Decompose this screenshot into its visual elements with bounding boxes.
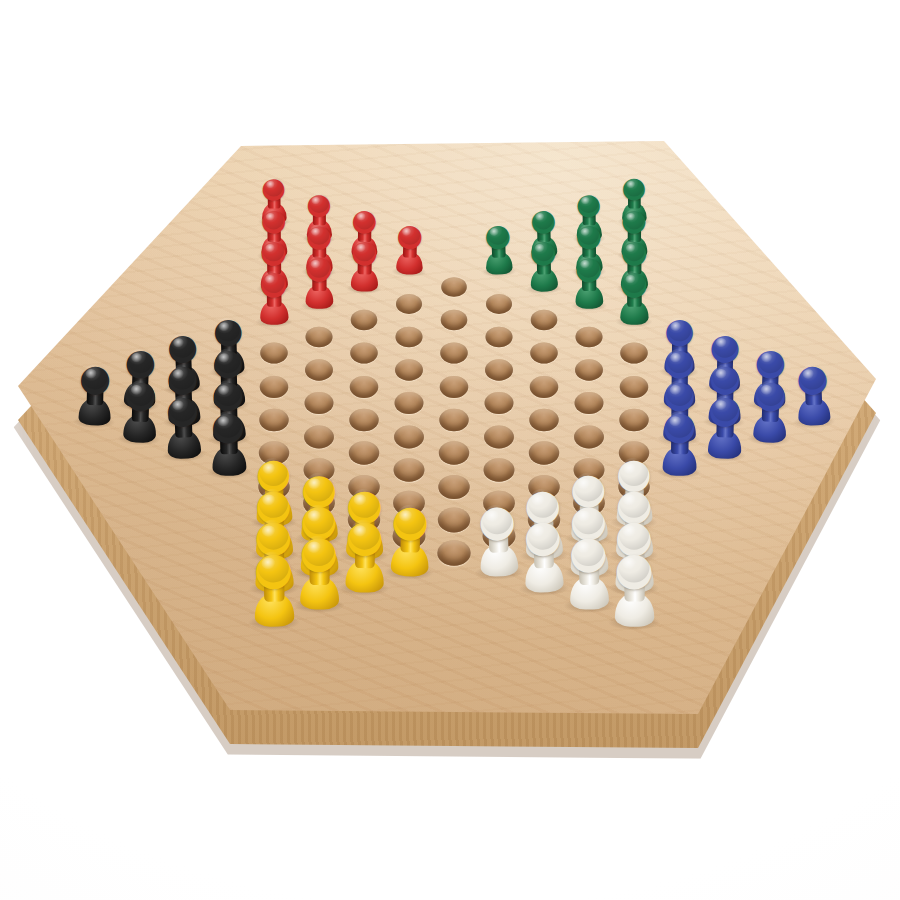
peg-red[interactable]: ●: [258, 272, 290, 326]
peg-green[interactable]: ●: [528, 240, 559, 292]
chinese-checkers-board: ●●●●●●●●●●●●●●●●●●●●●●●●●●●●●●●●●●●●●●●●…: [0, 0, 900, 900]
peg-head: ●: [305, 192, 333, 215]
peg-highlight: [262, 494, 276, 505]
board-hole[interactable]: [486, 294, 512, 314]
board-hole[interactable]: [304, 392, 333, 414]
peg-white[interactable]: ●: [476, 505, 520, 577]
board-hole[interactable]: [439, 442, 469, 465]
peg-highlight: [670, 385, 682, 395]
peg-highlight: [85, 369, 97, 379]
product-photo-scene: ●●●●●●●●●●●●●●●●●●●●●●●●●●●●●●●●●●●●●●●●…: [0, 0, 900, 900]
peg-white[interactable]: ●: [613, 552, 656, 626]
board-hole[interactable]: [439, 409, 468, 432]
peg-highlight: [266, 213, 275, 221]
peg-yellow[interactable]: ●: [252, 552, 296, 627]
peg-highlight: [761, 384, 773, 394]
peg-highlight: [356, 212, 365, 220]
peg-blue[interactable]: ●: [706, 396, 744, 459]
peg-head: ●: [567, 534, 610, 570]
peg-highlight: [716, 338, 727, 348]
peg-head: ●: [298, 534, 340, 569]
peg-blue[interactable]: ●: [795, 365, 832, 426]
peg-highlight: [577, 510, 591, 522]
peg-red[interactable]: ●: [349, 240, 379, 291]
board-hole[interactable]: [349, 409, 378, 432]
board-hole[interactable]: [530, 343, 557, 364]
peg-head: ●: [258, 270, 289, 296]
board-hole[interactable]: [485, 359, 513, 380]
peg-head: ●: [476, 503, 518, 539]
peg-highlight: [399, 510, 413, 522]
peg-highlight: [308, 510, 322, 521]
peg-head: ●: [619, 239, 649, 264]
board-hole[interactable]: [441, 277, 467, 297]
peg-yellow[interactable]: ●: [343, 521, 386, 593]
peg-head: ●: [522, 518, 564, 554]
peg-white[interactable]: ●: [522, 521, 565, 594]
peg-highlight: [217, 416, 230, 427]
board-hole[interactable]: [484, 458, 515, 482]
board-hole[interactable]: [575, 392, 604, 414]
peg-head: ●: [343, 519, 385, 554]
board-hole[interactable]: [620, 343, 647, 364]
peg-highlight: [262, 463, 275, 474]
board-hole[interactable]: [305, 326, 332, 347]
board-hole[interactable]: [394, 392, 423, 414]
peg-highlight: [311, 197, 320, 205]
peg-head: ●: [613, 550, 656, 586]
peg-yellow[interactable]: ●: [298, 537, 340, 610]
board-hole[interactable]: [438, 507, 470, 532]
board-hole[interactable]: [486, 326, 513, 347]
peg-head: ●: [77, 363, 113, 393]
board-hole[interactable]: [260, 343, 287, 364]
peg-green[interactable]: ●: [483, 224, 514, 275]
board-hole[interactable]: [350, 376, 378, 398]
board-hole[interactable]: [304, 425, 334, 448]
peg-highlight: [172, 369, 184, 379]
board-hole[interactable]: [350, 343, 377, 364]
board-hole[interactable]: [576, 326, 603, 347]
peg-head: ●: [528, 239, 558, 264]
peg-red[interactable]: ●: [394, 225, 424, 275]
peg-highlight: [622, 557, 636, 569]
peg-highlight: [626, 244, 636, 252]
peg-blue[interactable]: ●: [661, 412, 699, 476]
board-hole[interactable]: [529, 442, 559, 465]
peg-highlight: [580, 260, 590, 269]
board-hole[interactable]: [530, 376, 558, 398]
peg-blue[interactable]: ●: [751, 380, 789, 443]
board-hole[interactable]: [396, 294, 422, 314]
peg-green[interactable]: ●: [573, 256, 604, 308]
board-hole[interactable]: [259, 409, 288, 432]
board-hole[interactable]: [394, 458, 425, 482]
peg-highlight: [485, 510, 499, 522]
peg-white[interactable]: ●: [567, 536, 610, 609]
peg-highlight: [261, 557, 275, 569]
board-hole[interactable]: [531, 310, 557, 330]
peg-head: ●: [661, 410, 698, 441]
peg-highlight: [669, 416, 681, 426]
peg-head: ●: [209, 410, 247, 442]
peg-highlight: [218, 385, 230, 395]
peg-head: ●: [574, 223, 603, 247]
board-hole[interactable]: [440, 376, 468, 398]
peg-black[interactable]: ●: [164, 396, 203, 460]
board-hole[interactable]: [620, 376, 648, 398]
peg-black[interactable]: ●: [121, 380, 159, 443]
peg-head: ●: [621, 177, 648, 199]
peg-highlight: [307, 541, 321, 553]
peg-highlight: [130, 384, 142, 394]
board-hole[interactable]: [574, 425, 604, 448]
board-hole[interactable]: [394, 425, 424, 448]
peg-highlight: [535, 244, 545, 252]
peg-head: ●: [395, 223, 424, 248]
peg-head: ●: [619, 270, 650, 296]
board-hole[interactable]: [351, 310, 377, 330]
peg-yellow[interactable]: ●: [388, 505, 431, 577]
board-hole[interactable]: [529, 409, 558, 432]
peg-head: ●: [483, 223, 513, 248]
board-hole[interactable]: [305, 359, 333, 380]
peg-head: ●: [795, 363, 831, 393]
peg-head: ●: [707, 394, 744, 425]
peg-highlight: [311, 260, 321, 268]
peg-highlight: [356, 244, 366, 252]
peg-highlight: [535, 213, 545, 221]
board-hole[interactable]: [484, 425, 514, 448]
peg-red[interactable]: ●: [304, 256, 334, 308]
board-hole[interactable]: [395, 359, 423, 380]
peg-black[interactable]: ●: [209, 412, 247, 476]
peg-highlight: [626, 213, 635, 221]
peg-head: ●: [260, 177, 287, 200]
board-hole[interactable]: [619, 409, 648, 432]
peg-head: ●: [164, 394, 201, 426]
board-hole[interactable]: [441, 310, 467, 330]
board-hole[interactable]: [437, 540, 470, 566]
board-hole[interactable]: [485, 392, 514, 414]
board-hole[interactable]: [440, 343, 467, 364]
peg-highlight: [173, 338, 185, 348]
peg-black[interactable]: ●: [76, 365, 112, 426]
peg-head: ●: [304, 223, 333, 247]
peg-head: ●: [575, 192, 603, 215]
peg-green[interactable]: ●: [619, 272, 650, 325]
peg-highlight: [623, 463, 636, 474]
board-hole[interactable]: [438, 475, 469, 499]
board-hole[interactable]: [575, 359, 603, 380]
board-hole[interactable]: [349, 442, 379, 465]
board-hole[interactable]: [395, 326, 422, 347]
peg-highlight: [265, 244, 275, 252]
board-hole[interactable]: [260, 376, 288, 398]
